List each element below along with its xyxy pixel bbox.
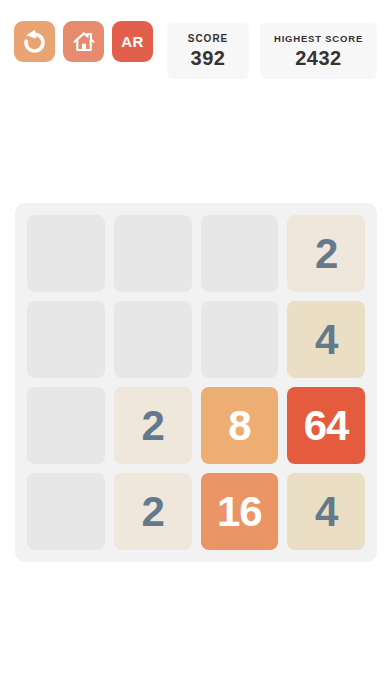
highest-score-value: 2432 (295, 47, 342, 70)
empty-cell-r4c1 (27, 473, 105, 550)
ar-button[interactable]: AR (112, 21, 153, 62)
tile-2-r1c4: 2 (287, 215, 365, 292)
tile-2-r4c2: 2 (114, 473, 192, 550)
highest-score-panel: HIGHEST SCORE 2432 (260, 23, 377, 79)
board[interactable]: 2428642164 (15, 203, 377, 562)
score-panel: SCORE 392 (167, 23, 249, 79)
score-value: 392 (191, 47, 226, 70)
restart-button[interactable] (14, 21, 55, 62)
empty-cell-r1c3 (201, 215, 279, 292)
tile-4-r4c4: 4 (287, 473, 365, 550)
empty-cell-r2c2 (114, 301, 192, 378)
empty-cell-r1c1 (27, 215, 105, 292)
empty-cell-r2c1 (27, 301, 105, 378)
empty-cell-r2c3 (201, 301, 279, 378)
tile-64-r3c4: 64 (287, 387, 365, 464)
score-label: SCORE (188, 33, 229, 44)
home-icon (71, 29, 97, 55)
home-button[interactable] (63, 21, 104, 62)
highest-score-label: HIGHEST SCORE (274, 33, 363, 44)
tile-4-r2c4: 4 (287, 301, 365, 378)
tile-2-r3c2: 2 (114, 387, 192, 464)
tile-16-r4c3: 16 (201, 473, 279, 550)
tile-8-r3c3: 8 (201, 387, 279, 464)
empty-cell-r1c2 (114, 215, 192, 292)
restart-icon (21, 28, 48, 55)
empty-cell-r3c1 (27, 387, 105, 464)
